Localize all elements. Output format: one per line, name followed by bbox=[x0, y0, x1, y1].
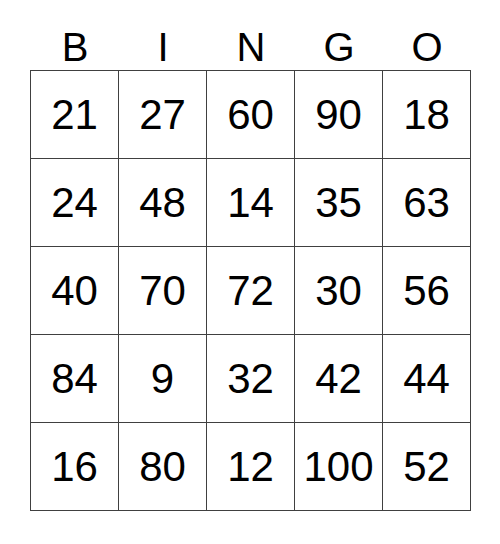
cell-r1-o[interactable]: 18 bbox=[383, 71, 471, 159]
header-letter-i: I bbox=[119, 27, 207, 70]
bingo-header: B I N G O bbox=[31, 0, 471, 70]
cell-r2-n[interactable]: 14 bbox=[207, 159, 295, 247]
cell-r3-i[interactable]: 70 bbox=[119, 247, 207, 335]
cell-r4-n[interactable]: 32 bbox=[207, 335, 295, 423]
header-letter-b: B bbox=[31, 27, 119, 70]
cell-r1-g[interactable]: 90 bbox=[295, 71, 383, 159]
cell-r3-n[interactable]: 72 bbox=[207, 247, 295, 335]
cell-r1-i[interactable]: 27 bbox=[119, 71, 207, 159]
bingo-card: B I N G O 21 27 60 90 18 24 48 14 35 63 … bbox=[0, 0, 500, 544]
cell-r5-b[interactable]: 16 bbox=[31, 423, 119, 511]
cell-r1-n[interactable]: 60 bbox=[207, 71, 295, 159]
header-letter-o: O bbox=[383, 27, 471, 70]
cell-r4-b[interactable]: 84 bbox=[31, 335, 119, 423]
cell-r5-n[interactable]: 12 bbox=[207, 423, 295, 511]
cell-r4-i[interactable]: 9 bbox=[119, 335, 207, 423]
cell-r3-b[interactable]: 40 bbox=[31, 247, 119, 335]
cell-r3-g[interactable]: 30 bbox=[295, 247, 383, 335]
cell-r3-o[interactable]: 56 bbox=[383, 247, 471, 335]
cell-r5-o[interactable]: 52 bbox=[383, 423, 471, 511]
cell-r2-o[interactable]: 63 bbox=[383, 159, 471, 247]
cell-r5-i[interactable]: 80 bbox=[119, 423, 207, 511]
cell-r1-b[interactable]: 21 bbox=[31, 71, 119, 159]
cell-r2-g[interactable]: 35 bbox=[295, 159, 383, 247]
cell-r4-o[interactable]: 44 bbox=[383, 335, 471, 423]
cell-r2-b[interactable]: 24 bbox=[31, 159, 119, 247]
bingo-grid: 21 27 60 90 18 24 48 14 35 63 40 70 72 3… bbox=[30, 70, 471, 511]
header-letter-g: G bbox=[295, 27, 383, 70]
cell-r2-i[interactable]: 48 bbox=[119, 159, 207, 247]
cell-r5-g[interactable]: 100 bbox=[295, 423, 383, 511]
header-letter-n: N bbox=[207, 27, 295, 70]
cell-r4-g[interactable]: 42 bbox=[295, 335, 383, 423]
